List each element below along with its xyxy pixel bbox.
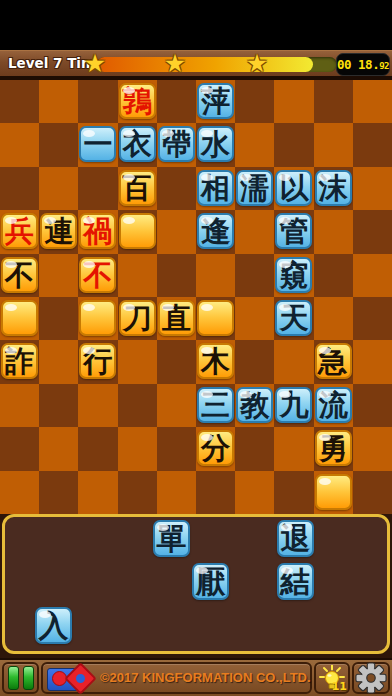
board-square [78, 80, 117, 123]
board-square [39, 167, 78, 210]
board-square [235, 123, 274, 166]
board-square [157, 167, 196, 210]
bottombar: ©2017 KINGFORMATION CO.,LTD. 11 [0, 658, 392, 696]
tray-section: 單退厭結入 [0, 514, 392, 658]
board-square [78, 427, 117, 470]
board-square [118, 254, 157, 297]
board-square [39, 80, 78, 123]
timer-display: 00 18.92 [336, 53, 390, 76]
board-square [39, 427, 78, 470]
tray-panel: 單退厭結入 [2, 514, 390, 654]
board-square [0, 167, 39, 210]
board-square [274, 427, 313, 470]
board-square [157, 471, 196, 514]
board-tile-兵[interactable]: 兵 [1, 213, 38, 249]
board-square [39, 297, 78, 340]
board-tile-急[interactable]: 急 [315, 343, 352, 379]
board-tile-分[interactable]: 分 [197, 430, 234, 466]
board-tile-以[interactable]: 以 [275, 170, 312, 206]
board-square [118, 384, 157, 427]
board-square [235, 254, 274, 297]
tray-tile-厭[interactable]: 厭 [192, 563, 229, 600]
hint-button[interactable]: 11 [314, 662, 350, 694]
board-square [157, 254, 196, 297]
board-square [353, 210, 392, 253]
board-square [157, 80, 196, 123]
tray-tile-結[interactable]: 結 [277, 563, 314, 600]
board-tile-衣[interactable]: 衣 [119, 126, 156, 162]
board-tile-鶉[interactable]: 鶉 [119, 83, 156, 119]
board-square [39, 384, 78, 427]
board-square [118, 471, 157, 514]
board-square [157, 340, 196, 383]
star-icon: ★ [82, 51, 108, 77]
board-square [235, 80, 274, 123]
tray-tile-單[interactable]: 單 [153, 520, 190, 557]
board-square [235, 340, 274, 383]
board-square [78, 471, 117, 514]
board-square [353, 427, 392, 470]
board-square [274, 340, 313, 383]
board-tile-萍[interactable]: 萍 [197, 83, 234, 119]
board-square [235, 210, 274, 253]
board-tile-刀[interactable]: 刀 [119, 300, 156, 336]
gear-icon [355, 662, 387, 694]
hint-count-badge: 11 [332, 680, 347, 693]
tray-tile-入[interactable]: 入 [35, 607, 72, 644]
board-square [274, 123, 313, 166]
board-empty-slot[interactable] [197, 300, 234, 336]
board-square [353, 123, 392, 166]
board-square [353, 167, 392, 210]
board-square [118, 427, 157, 470]
board-square [0, 427, 39, 470]
board-tile-勇[interactable]: 勇 [315, 430, 352, 466]
board-tile-逢[interactable]: 逢 [197, 213, 234, 249]
info-plate: ©2017 KINGFORMATION CO.,LTD. [41, 662, 312, 694]
board-square [314, 210, 353, 253]
board-tile-連[interactable]: 連 [40, 213, 77, 249]
board-empty-slot[interactable] [315, 474, 352, 510]
board-square [39, 254, 78, 297]
progress-track: ★★★ [97, 57, 337, 72]
board-square [157, 384, 196, 427]
board-square [314, 80, 353, 123]
board-tile-百[interactable]: 百 [119, 170, 156, 206]
star-icon: ★ [244, 51, 270, 77]
pause-icon [8, 666, 19, 690]
board-tile-濡[interactable]: 濡 [236, 170, 273, 206]
pause-button[interactable] [2, 662, 39, 694]
board-square [235, 297, 274, 340]
board-tile-流[interactable]: 流 [315, 387, 352, 423]
tray-tile-退[interactable]: 退 [277, 520, 314, 557]
board-square [0, 80, 39, 123]
board-square [353, 384, 392, 427]
board-tile-三[interactable]: 三 [197, 387, 234, 423]
board-square [235, 471, 274, 514]
board-tile-天[interactable]: 天 [275, 300, 312, 336]
board-square [274, 80, 313, 123]
board-square [0, 123, 39, 166]
topbar: Level 7 Time: ★★★ 00 18.92 [0, 50, 392, 80]
board: 鶉萍一衣帶水百相濡以沫兵連禍逢管不不窺刀直天詐行木急三教九流分勇 [0, 80, 392, 514]
board-empty-slot[interactable] [1, 300, 38, 336]
board-square [353, 297, 392, 340]
board-square [39, 123, 78, 166]
board-tile-教[interactable]: 教 [236, 387, 273, 423]
board-square [39, 471, 78, 514]
board-tile-水[interactable]: 水 [197, 126, 234, 162]
board-tile-一[interactable]: 一 [79, 126, 116, 162]
board-square [78, 167, 117, 210]
board-tile-管[interactable]: 管 [275, 213, 312, 249]
board-tile-相[interactable]: 相 [197, 170, 234, 206]
board-square [314, 297, 353, 340]
board-square [118, 340, 157, 383]
board-tile-九[interactable]: 九 [275, 387, 312, 423]
board-square [274, 471, 313, 514]
board-tile-窺[interactable]: 窺 [275, 257, 312, 293]
board-square [157, 427, 196, 470]
board-tile-行[interactable]: 行 [79, 343, 116, 379]
board-square [157, 210, 196, 253]
progress-fill [97, 57, 313, 72]
board-tile-直[interactable]: 直 [158, 300, 195, 336]
board-tile-帶[interactable]: 帶 [158, 126, 195, 162]
board-square [353, 80, 392, 123]
board-square [353, 471, 392, 514]
board-empty-slot[interactable] [119, 213, 156, 249]
board-tile-不[interactable]: 不 [1, 257, 38, 293]
board-square [235, 427, 274, 470]
board-square [314, 123, 353, 166]
board-square [0, 384, 39, 427]
board-square [0, 471, 39, 514]
board-tile-禍[interactable]: 禍 [79, 213, 116, 249]
board-tile-沫[interactable]: 沫 [315, 170, 352, 206]
board-square [353, 340, 392, 383]
board-tile-不[interactable]: 不 [79, 257, 116, 293]
pause-icon [23, 666, 34, 690]
board-square [78, 384, 117, 427]
status-area [0, 0, 392, 50]
star-icon: ★ [162, 51, 188, 77]
copyright-text: ©2017 KINGFORMATION CO.,LTD. [100, 664, 311, 692]
game-screen: Level 7 Time: ★★★ 00 18.92 鶉萍一衣帶水百相濡以沫兵連… [0, 0, 392, 696]
board-square [314, 254, 353, 297]
board-square [39, 340, 78, 383]
timer-fraction: 92 [379, 61, 389, 71]
timer-main: 00 18. [337, 57, 379, 72]
settings-button[interactable] [352, 662, 390, 694]
board-square [196, 254, 235, 297]
board-empty-slot[interactable] [79, 300, 116, 336]
board-square [353, 254, 392, 297]
board-tile-木[interactable]: 木 [197, 343, 234, 379]
board-tile-詐[interactable]: 詐 [1, 343, 38, 379]
board-square [196, 471, 235, 514]
